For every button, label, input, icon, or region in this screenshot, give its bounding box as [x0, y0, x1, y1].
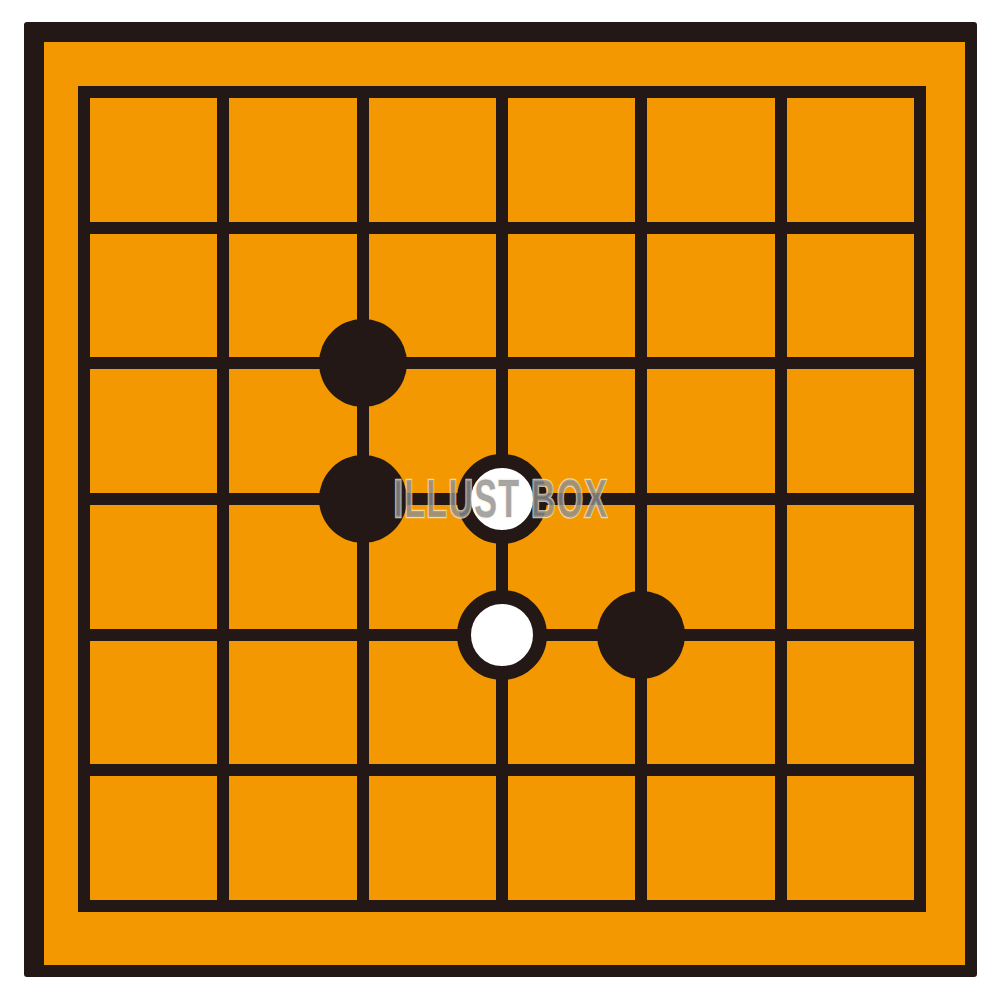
watermark-text: ILLUST BOX [394, 467, 609, 529]
grid-line-horizontal [78, 764, 926, 776]
black-stone[interactable] [319, 319, 407, 407]
white-stone[interactable] [457, 590, 547, 680]
page-background: ILLUST BOX [0, 0, 1000, 1000]
black-stone[interactable] [597, 591, 685, 679]
grid-line-vertical [635, 86, 647, 912]
grid-line-vertical [775, 86, 787, 912]
grid-line-horizontal [78, 900, 926, 912]
grid-line-vertical [914, 86, 926, 912]
